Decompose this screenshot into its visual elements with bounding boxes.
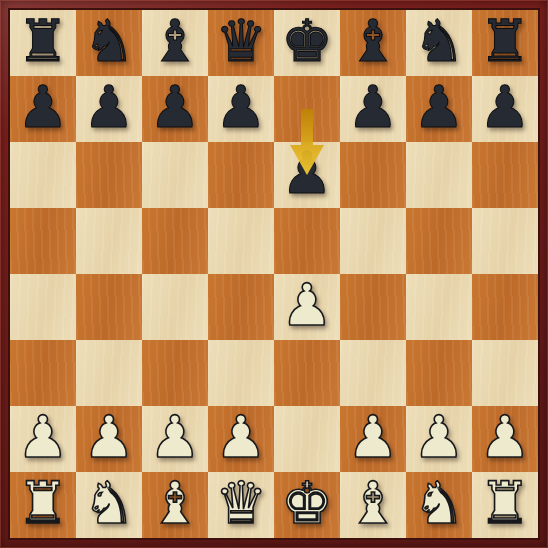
square-c7[interactable]: ♟ bbox=[142, 76, 208, 142]
square-c2[interactable]: ♟ bbox=[142, 406, 208, 472]
piece-white-pawn[interactable]: ♟ bbox=[479, 404, 531, 470]
square-d5[interactable] bbox=[208, 208, 274, 274]
piece-white-pawn[interactable]: ♟ bbox=[347, 404, 399, 470]
square-b5[interactable] bbox=[76, 208, 142, 274]
square-a5[interactable] bbox=[10, 208, 76, 274]
square-b8[interactable]: ♞ bbox=[76, 10, 142, 76]
square-f5[interactable] bbox=[340, 208, 406, 274]
piece-white-king[interactable]: ♚ bbox=[281, 470, 333, 536]
square-d8[interactable]: ♛ bbox=[208, 10, 274, 76]
piece-white-pawn[interactable]: ♟ bbox=[413, 404, 465, 470]
square-c4[interactable] bbox=[142, 274, 208, 340]
piece-black-knight[interactable]: ♞ bbox=[413, 8, 465, 74]
piece-black-pawn[interactable]: ♟ bbox=[281, 140, 333, 206]
piece-white-bishop[interactable]: ♝ bbox=[149, 470, 201, 536]
square-a6[interactable] bbox=[10, 142, 76, 208]
square-g5[interactable] bbox=[406, 208, 472, 274]
square-g8[interactable]: ♞ bbox=[406, 10, 472, 76]
square-d2[interactable]: ♟ bbox=[208, 406, 274, 472]
square-f2[interactable]: ♟ bbox=[340, 406, 406, 472]
square-a7[interactable]: ♟ bbox=[10, 76, 76, 142]
square-g3[interactable] bbox=[406, 340, 472, 406]
square-e5[interactable] bbox=[274, 208, 340, 274]
square-f3[interactable] bbox=[340, 340, 406, 406]
piece-white-queen[interactable]: ♛ bbox=[215, 470, 267, 536]
square-f4[interactable] bbox=[340, 274, 406, 340]
square-e3[interactable] bbox=[274, 340, 340, 406]
square-h5[interactable] bbox=[472, 208, 538, 274]
square-h4[interactable] bbox=[472, 274, 538, 340]
square-e7[interactable] bbox=[274, 76, 340, 142]
square-g2[interactable]: ♟ bbox=[406, 406, 472, 472]
square-g6[interactable] bbox=[406, 142, 472, 208]
square-h6[interactable] bbox=[472, 142, 538, 208]
square-b6[interactable] bbox=[76, 142, 142, 208]
square-b1[interactable]: ♞ bbox=[76, 472, 142, 538]
square-d1[interactable]: ♛ bbox=[208, 472, 274, 538]
piece-black-pawn[interactable]: ♟ bbox=[149, 74, 201, 140]
square-e1[interactable]: ♚ bbox=[274, 472, 340, 538]
piece-black-pawn[interactable]: ♟ bbox=[17, 74, 69, 140]
square-e4[interactable]: ♟ bbox=[274, 274, 340, 340]
square-b4[interactable] bbox=[76, 274, 142, 340]
chess-app: ♜♞♝♛♚♝♞♜♟♟♟♟♟♟♟♟♟♟♟♟♟♟♟♟♜♞♝♛♚♝♞♜ bbox=[0, 0, 548, 548]
piece-black-pawn[interactable]: ♟ bbox=[83, 74, 135, 140]
square-d7[interactable]: ♟ bbox=[208, 76, 274, 142]
square-d3[interactable] bbox=[208, 340, 274, 406]
square-g4[interactable] bbox=[406, 274, 472, 340]
square-e8[interactable]: ♚ bbox=[274, 10, 340, 76]
piece-white-knight[interactable]: ♞ bbox=[413, 470, 465, 536]
piece-white-pawn[interactable]: ♟ bbox=[17, 404, 69, 470]
piece-white-rook[interactable]: ♜ bbox=[479, 470, 531, 536]
square-f1[interactable]: ♝ bbox=[340, 472, 406, 538]
piece-white-pawn[interactable]: ♟ bbox=[83, 404, 135, 470]
square-a2[interactable]: ♟ bbox=[10, 406, 76, 472]
square-f7[interactable]: ♟ bbox=[340, 76, 406, 142]
square-a3[interactable] bbox=[10, 340, 76, 406]
square-h8[interactable]: ♜ bbox=[472, 10, 538, 76]
square-a4[interactable] bbox=[10, 274, 76, 340]
square-f8[interactable]: ♝ bbox=[340, 10, 406, 76]
square-h3[interactable] bbox=[472, 340, 538, 406]
piece-black-rook[interactable]: ♜ bbox=[479, 8, 531, 74]
piece-white-knight[interactable]: ♞ bbox=[83, 470, 135, 536]
square-c5[interactable] bbox=[142, 208, 208, 274]
chess-board[interactable]: ♜♞♝♛♚♝♞♜♟♟♟♟♟♟♟♟♟♟♟♟♟♟♟♟♜♞♝♛♚♝♞♜ bbox=[10, 10, 538, 538]
piece-black-queen[interactable]: ♛ bbox=[215, 8, 267, 74]
square-g7[interactable]: ♟ bbox=[406, 76, 472, 142]
square-b3[interactable] bbox=[76, 340, 142, 406]
square-a8[interactable]: ♜ bbox=[10, 10, 76, 76]
piece-white-pawn[interactable]: ♟ bbox=[215, 404, 267, 470]
square-b7[interactable]: ♟ bbox=[76, 76, 142, 142]
square-a1[interactable]: ♜ bbox=[10, 472, 76, 538]
square-d4[interactable] bbox=[208, 274, 274, 340]
piece-white-pawn[interactable]: ♟ bbox=[149, 404, 201, 470]
piece-white-rook[interactable]: ♜ bbox=[17, 470, 69, 536]
square-h1[interactable]: ♜ bbox=[472, 472, 538, 538]
square-c3[interactable] bbox=[142, 340, 208, 406]
piece-black-rook[interactable]: ♜ bbox=[17, 8, 69, 74]
square-e6[interactable]: ♟ bbox=[274, 142, 340, 208]
square-h2[interactable]: ♟ bbox=[472, 406, 538, 472]
piece-black-pawn[interactable]: ♟ bbox=[215, 74, 267, 140]
square-d6[interactable] bbox=[208, 142, 274, 208]
piece-black-pawn[interactable]: ♟ bbox=[479, 74, 531, 140]
piece-white-pawn[interactable]: ♟ bbox=[281, 272, 333, 338]
board-frame: ♜♞♝♛♚♝♞♜♟♟♟♟♟♟♟♟♟♟♟♟♟♟♟♟♜♞♝♛♚♝♞♜ bbox=[0, 0, 548, 548]
square-b2[interactable]: ♟ bbox=[76, 406, 142, 472]
piece-black-pawn[interactable]: ♟ bbox=[413, 74, 465, 140]
square-f6[interactable] bbox=[340, 142, 406, 208]
square-h7[interactable]: ♟ bbox=[472, 76, 538, 142]
piece-black-bishop[interactable]: ♝ bbox=[149, 8, 201, 74]
square-c1[interactable]: ♝ bbox=[142, 472, 208, 538]
piece-black-knight[interactable]: ♞ bbox=[83, 8, 135, 74]
square-e2[interactable] bbox=[274, 406, 340, 472]
square-c8[interactable]: ♝ bbox=[142, 10, 208, 76]
square-c6[interactable] bbox=[142, 142, 208, 208]
piece-black-king[interactable]: ♚ bbox=[281, 8, 333, 74]
piece-black-bishop[interactable]: ♝ bbox=[347, 8, 399, 74]
piece-white-bishop[interactable]: ♝ bbox=[347, 470, 399, 536]
square-g1[interactable]: ♞ bbox=[406, 472, 472, 538]
piece-black-pawn[interactable]: ♟ bbox=[347, 74, 399, 140]
